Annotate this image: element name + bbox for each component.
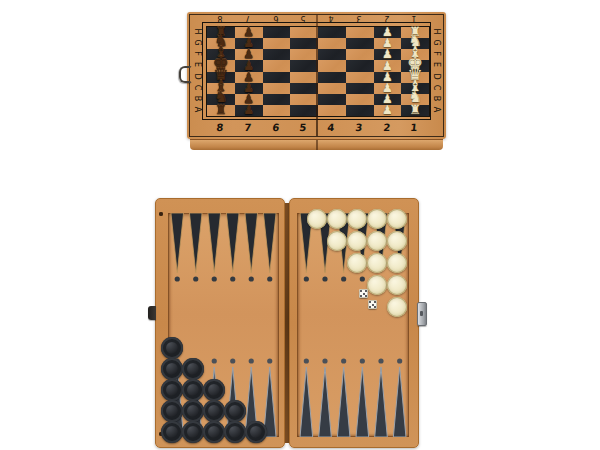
backgammon-point[interactable] (337, 367, 350, 437)
file-letter-label: A (191, 102, 202, 116)
backgammon-point[interactable] (189, 213, 202, 273)
chess-fold-seam (316, 15, 318, 136)
backgammon-point[interactable] (263, 213, 276, 273)
square-a6[interactable] (263, 105, 291, 116)
backgammon-point[interactable] (375, 367, 388, 437)
rank-number-label: 2 (372, 119, 402, 137)
left-hinge-knob-icon (148, 306, 156, 320)
chess-board-front-edge (190, 139, 443, 150)
chess-piece-black-pawn[interactable]: ♟ (243, 104, 254, 116)
checker-black[interactable] (161, 400, 183, 422)
point-dot (322, 276, 327, 281)
point-dot (360, 276, 365, 281)
chess-board-top-surface: 87654321 HGFEDCBA HGFEDCBA ♜♟♟♜♞♟♟♞♝♟♟♝♚… (187, 12, 446, 139)
point-dot (175, 276, 180, 281)
clasp-hook-icon (179, 66, 192, 83)
rank-number-label: 7 (233, 119, 263, 137)
checker-black[interactable] (224, 400, 246, 422)
point-dot (322, 358, 327, 363)
square-b5[interactable] (290, 94, 318, 105)
point-dot (249, 358, 254, 363)
square-d5[interactable] (290, 72, 318, 83)
square-e6[interactable] (263, 60, 291, 71)
backgammon-point[interactable] (393, 367, 406, 437)
chess-grid: ♜♟♟♜♞♟♟♞♝♟♟♝♚♟♟♚♛♟♟♛♝♟♟♝♞♟♟♞♜♟♟♜ (206, 26, 430, 117)
chess-piece-white-pawn[interactable]: ♟ (382, 104, 393, 116)
checker-black[interactable] (203, 379, 225, 401)
square-g3[interactable] (346, 38, 374, 49)
die-pip (360, 295, 362, 297)
point-dot (378, 358, 383, 363)
square-d4[interactable] (318, 72, 346, 83)
square-f3[interactable] (346, 49, 374, 60)
checker-white[interactable] (347, 231, 367, 251)
point-dot (267, 276, 272, 281)
checker-black[interactable] (182, 421, 204, 443)
square-c5[interactable] (290, 83, 318, 94)
square-f6[interactable] (263, 49, 291, 60)
checker-white[interactable] (327, 209, 347, 229)
square-c3[interactable] (346, 83, 374, 94)
point-dot (212, 276, 217, 281)
point-dot (304, 358, 309, 363)
chess-rank-numbers-bottom: 87654321 (206, 119, 428, 137)
square-a5[interactable] (290, 105, 318, 116)
point-dot (230, 358, 235, 363)
square-a7[interactable]: ♟ (235, 105, 263, 116)
point-dot (304, 276, 309, 281)
point-dot (267, 358, 272, 363)
checker-white[interactable] (387, 253, 407, 273)
checker-white[interactable] (307, 209, 327, 229)
chess-piece-white-rook[interactable]: ♜ (409, 103, 421, 116)
checker-black[interactable] (161, 337, 183, 359)
checker-black[interactable] (161, 421, 183, 443)
square-b6[interactable] (263, 94, 291, 105)
checker-black[interactable] (161, 379, 183, 401)
point-dot (397, 358, 402, 363)
die-pip (374, 301, 376, 303)
square-g6[interactable] (263, 38, 291, 49)
chess-board: 87654321 HGFEDCBA HGFEDCBA ♜♟♟♜♞♟♟♞♝♟♟♝♚… (187, 12, 446, 150)
chess-piece-black-rook[interactable]: ♜ (215, 103, 227, 116)
square-a2[interactable]: ♟ (374, 105, 402, 116)
backgammon-point[interactable] (226, 213, 239, 273)
square-f5[interactable] (290, 49, 318, 60)
square-d3[interactable] (346, 72, 374, 83)
rank-number-label: 4 (316, 119, 346, 137)
rank-number-label: 3 (344, 119, 374, 137)
square-a8[interactable]: ♜ (207, 105, 235, 116)
square-e3[interactable] (346, 60, 374, 71)
square-a4[interactable] (318, 105, 346, 116)
point-dot (249, 276, 254, 281)
point-dot (193, 276, 198, 281)
metal-latch-icon (417, 302, 427, 326)
checker-black[interactable] (245, 421, 267, 443)
product-photo-stage: 87654321 HGFEDCBA HGFEDCBA ♜♟♟♜♞♟♟♞♝♟♟♝♚… (0, 0, 600, 450)
square-g4[interactable] (318, 38, 346, 49)
square-d6[interactable] (263, 72, 291, 83)
backgammon-board (155, 198, 419, 448)
checker-black[interactable] (161, 358, 183, 380)
backgammon-point[interactable] (245, 213, 258, 273)
point-dot (341, 276, 346, 281)
backgammon-point[interactable] (300, 367, 313, 437)
square-h3[interactable] (346, 27, 374, 38)
checker-white[interactable] (327, 231, 347, 251)
point-dot (212, 358, 217, 363)
checker-black[interactable] (203, 400, 225, 422)
checker-black[interactable] (182, 400, 204, 422)
checker-black[interactable] (203, 421, 225, 443)
rank-number-label: 5 (288, 119, 318, 137)
chess-file-letters-right: HGFEDCBA (429, 26, 443, 115)
square-f4[interactable] (318, 49, 346, 60)
backgammon-point[interactable] (208, 213, 221, 273)
checker-white[interactable] (367, 209, 387, 229)
checker-black[interactable] (224, 421, 246, 443)
square-b4[interactable] (318, 94, 346, 105)
checker-white[interactable] (367, 253, 387, 273)
file-letter-label: A (430, 102, 441, 116)
die-showing-5[interactable] (359, 289, 368, 298)
checker-white[interactable] (367, 231, 387, 251)
square-h4[interactable] (318, 27, 346, 38)
rank-number-label: 1 (399, 119, 429, 137)
rank-number-label: 8 (205, 119, 235, 137)
checker-white[interactable] (347, 209, 367, 229)
square-c6[interactable] (263, 83, 291, 94)
rank-number-label: 6 (261, 119, 291, 137)
checker-black[interactable] (182, 358, 204, 380)
square-a3[interactable] (346, 105, 374, 116)
checker-white[interactable] (367, 275, 387, 295)
checker-white[interactable] (387, 297, 407, 317)
backgammon-point[interactable] (356, 367, 369, 437)
checker-white[interactable] (387, 209, 407, 229)
point-dot (230, 276, 235, 281)
square-h6[interactable] (263, 27, 291, 38)
chess-front-seam (316, 140, 318, 150)
die-pip (365, 295, 367, 297)
backgammon-point[interactable] (171, 213, 184, 273)
die-showing-5[interactable] (368, 300, 377, 309)
square-a1[interactable]: ♜ (401, 105, 429, 116)
square-g5[interactable] (290, 38, 318, 49)
square-b3[interactable] (346, 94, 374, 105)
die-pip (365, 290, 367, 292)
checker-white[interactable] (387, 231, 407, 251)
backgammon-point[interactable] (319, 367, 332, 437)
point-dot (341, 358, 346, 363)
square-e4[interactable] (318, 60, 346, 71)
point-dot (360, 358, 365, 363)
die-pip (374, 306, 376, 308)
checker-black[interactable] (182, 379, 204, 401)
die-pip (369, 306, 371, 308)
checker-white[interactable] (347, 253, 367, 273)
square-h5[interactable] (290, 27, 318, 38)
die-pip (360, 290, 362, 292)
die-pip (369, 301, 371, 303)
screw-icon (159, 212, 163, 216)
square-c4[interactable] (318, 83, 346, 94)
checker-white[interactable] (387, 275, 407, 295)
square-e5[interactable] (290, 60, 318, 71)
